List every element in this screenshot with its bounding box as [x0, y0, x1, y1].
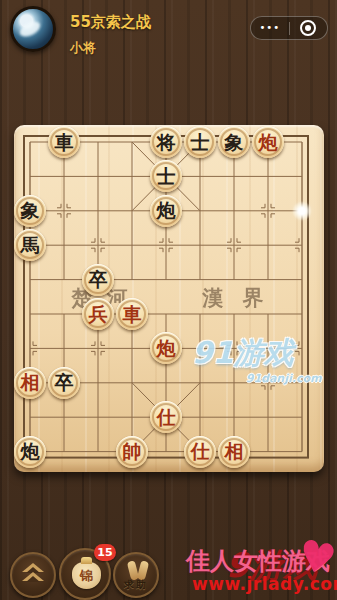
hint-sparkle: [292, 201, 312, 221]
piece-red-相[interactable]: 相: [218, 436, 250, 468]
chevron-up-icon: [22, 572, 44, 581]
piece-red-仕[interactable]: 仕: [150, 401, 182, 433]
stage-titles: 55京索之战 小将: [70, 13, 151, 57]
piece-red-車[interactable]: 車: [116, 298, 148, 330]
stage-rank: 小将: [70, 39, 151, 57]
piece-black-士[interactable]: 士: [150, 160, 182, 192]
more-options-icon[interactable]: •••: [251, 17, 289, 39]
piece-black-車[interactable]: 車: [48, 126, 80, 158]
piece-red-兵[interactable]: 兵: [82, 298, 114, 330]
piece-black-将[interactable]: 将: [150, 126, 182, 158]
piece-black-士[interactable]: 士: [184, 126, 216, 158]
player-avatar[interactable]: [10, 6, 56, 52]
piece-black-炮[interactable]: 炮: [150, 195, 182, 227]
tips-count-badge: 15: [94, 544, 116, 561]
piece-black-炮[interactable]: 炮: [14, 436, 46, 468]
bottom-toolbar: 锦 15 求助: [0, 530, 337, 600]
ask-help-label: 求助: [115, 578, 157, 592]
piece-black-馬[interactable]: 馬: [14, 229, 46, 261]
piece-red-炮[interactable]: 炮: [252, 126, 284, 158]
piece-red-帥[interactable]: 帥: [116, 436, 148, 468]
piece-red-炮[interactable]: 炮: [150, 332, 182, 364]
top-bar: 55京索之战 小将 •••: [0, 0, 337, 60]
chevron-up-icon: [22, 563, 44, 572]
piece-red-仕[interactable]: 仕: [184, 436, 216, 468]
close-target-icon[interactable]: [290, 20, 328, 36]
piece-black-卒[interactable]: 卒: [48, 367, 80, 399]
tips-bag-button[interactable]: 锦 15: [59, 548, 111, 600]
piece-black-卒[interactable]: 卒: [82, 264, 114, 296]
river-text-jie: 界: [243, 284, 264, 312]
piece-black-象[interactable]: 象: [218, 126, 250, 158]
money-bag-icon: 锦: [72, 562, 101, 589]
ask-help-button[interactable]: 求助: [113, 552, 159, 598]
xiangqi-board[interactable]: 楚 河 漢 界 車将士象炮士象炮馬卒兵車炮相卒仕炮帥仕相: [14, 125, 324, 472]
piece-red-相[interactable]: 相: [14, 367, 46, 399]
expand-menu-button[interactable]: [10, 552, 56, 598]
app-screen: 55京索之战 小将 ••• 楚 河 漢 界 車将士象炮士象炮馬卒兵車炮相卒仕炮帥…: [0, 0, 337, 600]
wechat-capsule: •••: [250, 16, 328, 40]
piece-black-象[interactable]: 象: [14, 195, 46, 227]
river-text-han: 漢: [203, 284, 224, 312]
stage-title: 55京索之战: [70, 13, 151, 32]
